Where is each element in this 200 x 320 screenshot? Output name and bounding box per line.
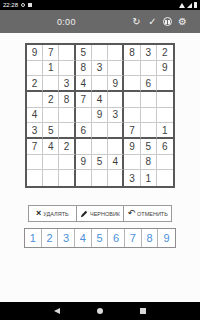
numpad-digit-3[interactable]: 3 (58, 229, 75, 247)
sudoku-cell[interactable] (157, 155, 173, 171)
sudoku-cell[interactable]: 1 (43, 61, 59, 77)
sudoku-cell[interactable]: 2 (59, 139, 75, 155)
draft-button[interactable]: ЧЕРНОВИК (76, 205, 125, 222)
sudoku-cell[interactable] (59, 170, 75, 186)
sudoku-cell[interactable] (108, 92, 124, 108)
sudoku-cell[interactable]: 9 (92, 108, 108, 124)
app-bar-actions: ↻ ✓ ⚙ (131, 17, 188, 27)
sudoku-cell[interactable]: 7 (43, 45, 59, 61)
sudoku-cell[interactable]: 9 (27, 45, 43, 61)
sudoku-cell[interactable]: 3 (124, 170, 140, 186)
status-right (179, 2, 197, 8)
sudoku-cell[interactable] (108, 139, 124, 155)
sudoku-cell[interactable] (76, 170, 92, 186)
sudoku-cell[interactable] (59, 155, 75, 171)
game-timer: 0:00 (57, 17, 76, 27)
sudoku-cell[interactable]: 4 (43, 139, 59, 155)
settings-gear-icon[interactable]: ⚙ (177, 17, 188, 27)
numpad-digit-5[interactable]: 5 (92, 229, 109, 247)
wifi-icon (179, 3, 185, 8)
numpad: 123456789 (24, 228, 176, 248)
notification-icon-2 (28, 3, 32, 7)
sudoku-cell[interactable] (59, 61, 75, 77)
sudoku-cell[interactable]: 9 (108, 76, 124, 92)
sudoku-cell[interactable] (27, 170, 43, 186)
sudoku-cell[interactable] (92, 76, 108, 92)
sudoku-cell[interactable]: 5 (43, 123, 59, 139)
battery-icon (194, 2, 197, 8)
sudoku-cell[interactable]: 2 (157, 45, 173, 61)
sudoku-cell[interactable] (157, 108, 173, 124)
delete-button[interactable]: × УДАЛЯТЬ (28, 205, 77, 222)
sudoku-cell[interactable] (27, 155, 43, 171)
sudoku-cell[interactable] (157, 170, 173, 186)
sudoku-board: 975832183923496287449335671742956954831 (25, 43, 175, 188)
delete-button-label: УДАЛЯТЬ (43, 211, 68, 217)
sudoku-cell[interactable] (76, 139, 92, 155)
sudoku-cell[interactable]: 1 (157, 123, 173, 139)
sudoku-cell[interactable]: 5 (141, 139, 157, 155)
sudoku-cell[interactable]: 4 (76, 76, 92, 92)
sudoku-cell[interactable] (92, 139, 108, 155)
sudoku-cell[interactable] (141, 92, 157, 108)
sudoku-cell[interactable] (43, 108, 59, 124)
sudoku-cell[interactable] (141, 108, 157, 124)
input-toolbar: × УДАЛЯТЬ ЧЕРНОВИК ↶ ОТМЕНИТЬ (28, 205, 172, 222)
sudoku-cell[interactable]: 6 (141, 76, 157, 92)
undo-button[interactable]: ↶ ОТМЕНИТЬ (123, 205, 172, 222)
sudoku-cell[interactable]: 7 (124, 123, 140, 139)
sudoku-cell[interactable]: 2 (27, 76, 43, 92)
sudoku-cell[interactable]: 6 (76, 123, 92, 139)
sudoku-cell[interactable] (157, 92, 173, 108)
sudoku-cell[interactable] (108, 45, 124, 61)
sudoku-cell[interactable] (59, 123, 75, 139)
sudoku-cell[interactable]: 1 (141, 170, 157, 186)
sudoku-cell[interactable] (92, 123, 108, 139)
sudoku-cell[interactable]: 6 (157, 139, 173, 155)
signal-icon (187, 3, 192, 8)
sudoku-cell[interactable] (92, 170, 108, 186)
sudoku-cell[interactable] (124, 61, 140, 77)
undo-button-label: ОТМЕНИТЬ (137, 211, 168, 217)
sudoku-cell[interactable]: 2 (43, 92, 59, 108)
status-bar: 22:28 (0, 0, 200, 10)
sudoku-cell[interactable]: 9 (124, 139, 140, 155)
sudoku-cell[interactable] (124, 108, 140, 124)
sudoku-cell[interactable] (43, 170, 59, 186)
sudoku-cell[interactable]: 4 (92, 92, 108, 108)
sudoku-cell[interactable]: 9 (157, 61, 173, 77)
numpad-digit-9[interactable]: 9 (158, 229, 175, 247)
sudoku-cell[interactable] (141, 123, 157, 139)
sudoku-cell[interactable] (43, 155, 59, 171)
sudoku-cell[interactable]: 5 (76, 45, 92, 61)
status-left: 22:28 (3, 2, 32, 8)
restart-icon[interactable]: ↻ (131, 17, 142, 27)
home-icon[interactable] (97, 308, 103, 314)
sudoku-cell[interactable] (141, 61, 157, 77)
sudoku-cell[interactable]: 3 (141, 45, 157, 61)
numpad-digit-4[interactable]: 4 (75, 229, 92, 247)
sudoku-cell[interactable] (108, 170, 124, 186)
undo-icon: ↶ (128, 209, 136, 218)
sudoku-cell[interactable] (59, 108, 75, 124)
sudoku-cell[interactable]: 4 (27, 108, 43, 124)
sudoku-cell[interactable]: 3 (59, 76, 75, 92)
sudoku-cell[interactable]: 8 (124, 45, 140, 61)
sudoku-cell[interactable]: 3 (108, 108, 124, 124)
sudoku-cell[interactable]: 8 (59, 92, 75, 108)
sudoku-cell[interactable] (76, 108, 92, 124)
numpad-digit-6[interactable]: 6 (108, 229, 125, 247)
app-bar: 0:00 ↻ ✓ ⚙ (0, 10, 200, 33)
draft-button-label: ЧЕРНОВИК (90, 211, 120, 217)
sudoku-cell[interactable] (124, 76, 140, 92)
sudoku-cell[interactable] (157, 76, 173, 92)
numpad-digit-1[interactable]: 1 (25, 229, 42, 247)
notification-icon (21, 3, 25, 7)
sudoku-cell[interactable]: 3 (92, 61, 108, 77)
sudoku-cell[interactable]: 4 (108, 155, 124, 171)
sudoku-cell[interactable]: 7 (27, 139, 43, 155)
check-icon[interactable]: ✓ (147, 17, 158, 27)
numpad-digit-2[interactable]: 2 (42, 229, 59, 247)
sudoku-cell[interactable] (27, 61, 43, 77)
sudoku-cell[interactable] (124, 155, 140, 171)
sudoku-cell[interactable] (108, 61, 124, 77)
sudoku-cell[interactable]: 8 (76, 61, 92, 77)
sudoku-cell[interactable] (92, 45, 108, 61)
numpad-digit-8[interactable]: 8 (142, 229, 159, 247)
sudoku-cell[interactable] (43, 76, 59, 92)
sudoku-cell[interactable] (124, 92, 140, 108)
sudoku-cell[interactable]: 8 (141, 155, 157, 171)
close-icon: × (36, 209, 41, 218)
numpad-digit-7[interactable]: 7 (125, 229, 142, 247)
android-nav-bar (0, 302, 200, 320)
sudoku-cell[interactable] (59, 45, 75, 61)
sudoku-cell[interactable] (108, 123, 124, 139)
sudoku-cell[interactable]: 9 (76, 155, 92, 171)
back-icon[interactable] (54, 308, 60, 314)
sudoku-cell[interactable] (27, 92, 43, 108)
pause-icon[interactable] (163, 17, 172, 26)
sudoku-cell[interactable]: 3 (27, 123, 43, 139)
recents-icon[interactable] (140, 308, 146, 314)
pencil-icon (80, 210, 88, 218)
status-clock: 22:28 (3, 2, 18, 8)
sudoku-cell[interactable]: 7 (76, 92, 92, 108)
sudoku-cell[interactable]: 5 (92, 155, 108, 171)
